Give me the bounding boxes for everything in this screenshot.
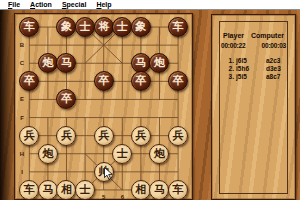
intersection-b2[interactable]: [39, 36, 58, 54]
intersection-f7[interactable]: [132, 108, 151, 126]
intersection-h7[interactable]: [132, 145, 151, 163]
intersection-f8[interactable]: [150, 108, 169, 126]
intersection-f3[interactable]: [57, 108, 76, 126]
intersection-b7[interactable]: [132, 36, 151, 54]
piece-red-cannon[interactable]: 炮: [149, 144, 169, 164]
intersection-g4[interactable]: [76, 127, 95, 145]
piece-black-elephant[interactable]: 象: [56, 17, 76, 37]
computer-move: a2c3: [266, 57, 280, 65]
intersection-f6[interactable]: [113, 108, 132, 126]
intersection-e7[interactable]: [132, 90, 151, 108]
piece-black-general[interactable]: 将: [94, 17, 114, 37]
intersection-b3[interactable]: [57, 36, 76, 54]
intersection-h1[interactable]: [20, 145, 39, 163]
intersection-h5[interactable]: [94, 145, 113, 163]
intersection-a5[interactable]: 将: [94, 18, 113, 36]
intersection-e8[interactable]: [150, 90, 169, 108]
piece-red-chariot[interactable]: 车: [168, 180, 188, 200]
intersection-g5[interactable]: 兵: [94, 127, 113, 145]
move-number: 1.: [220, 57, 234, 65]
intersection-g3[interactable]: 兵: [57, 127, 76, 145]
intersection-c1[interactable]: [20, 54, 39, 72]
move-row: 2. i5h6 d3e3: [220, 65, 287, 73]
computer-move: a8c7: [266, 73, 280, 81]
piece-black-chariot[interactable]: 车: [168, 17, 188, 37]
intersection-e9[interactable]: [169, 90, 188, 108]
intersection-j4[interactable]: 士: [76, 181, 95, 199]
intersection-j2[interactable]: 马: [39, 181, 58, 199]
intersection-d9[interactable]: 卒: [169, 72, 188, 90]
intersection-e1[interactable]: [20, 90, 39, 108]
intersection-e3[interactable]: 卒: [57, 90, 76, 108]
intersection-e5[interactable]: [94, 90, 113, 108]
piece-red-chariot[interactable]: 车: [19, 180, 39, 200]
intersection-i1[interactable]: [20, 163, 39, 181]
intersection-j8[interactable]: 马: [150, 181, 169, 199]
intersection-b4[interactable]: [76, 36, 95, 54]
intersection-g1[interactable]: 兵: [20, 127, 39, 145]
menu-help[interactable]: Help: [91, 0, 116, 9]
intersection-c7[interactable]: 马: [132, 54, 151, 72]
intersection-a3[interactable]: 象: [57, 18, 76, 36]
intersection-a9[interactable]: 车: [169, 18, 188, 36]
intersection-f4[interactable]: [76, 108, 95, 126]
intersection-h9[interactable]: [169, 145, 188, 163]
intersection-c6[interactable]: [113, 54, 132, 72]
move-number: 2.: [220, 65, 234, 73]
intersection-d6[interactable]: [113, 72, 132, 90]
piece-red-advisor[interactable]: 士: [112, 144, 132, 164]
move-list-box: Player Computer 00:00:22 00:00:03 1. j6i…: [219, 21, 288, 194]
piece-black-advisor[interactable]: 士: [112, 17, 132, 37]
piece-red-elephant[interactable]: 相: [131, 180, 151, 200]
intersection-d3[interactable]: [57, 72, 76, 90]
piece-black-chariot[interactable]: 车: [19, 17, 39, 37]
intersection-g8[interactable]: [150, 127, 169, 145]
intersection-a2[interactable]: [39, 18, 58, 36]
intersection-d7[interactable]: 卒: [132, 72, 151, 90]
piece-black-elephant[interactable]: 象: [131, 17, 151, 37]
intersection-h6[interactable]: 士: [113, 145, 132, 163]
intersection-c5[interactable]: [94, 54, 113, 72]
intersection-i3[interactable]: [57, 163, 76, 181]
intersection-c4[interactable]: [76, 54, 95, 72]
intersection-i2[interactable]: [39, 163, 58, 181]
intersection-d5[interactable]: 卒: [94, 72, 113, 90]
intersection-d8[interactable]: [150, 72, 169, 90]
intersection-c9[interactable]: [169, 54, 188, 72]
intersection-i6[interactable]: [113, 163, 132, 181]
intersection-e6[interactable]: [113, 90, 132, 108]
mouse-cursor-icon: [104, 167, 114, 180]
move-list: 1. j6i5 a2c3 2. i5h6 d3e3 3. j5i5 a8c7: [220, 57, 287, 81]
piece-black-soldier[interactable]: 卒: [168, 71, 188, 91]
intersection-g7[interactable]: 兵: [132, 127, 151, 145]
menu-action[interactable]: Action: [25, 0, 57, 9]
piece-red-soldier[interactable]: 兵: [94, 126, 114, 146]
intersection-b6[interactable]: [113, 36, 132, 54]
intersection-a4[interactable]: 士: [76, 18, 95, 36]
piece-red-soldier[interactable]: 兵: [131, 126, 151, 146]
intersection-h4[interactable]: [76, 145, 95, 163]
intersection-c8[interactable]: 炮: [150, 54, 169, 72]
intersection-g9[interactable]: 兵: [169, 127, 188, 145]
intersection-f1[interactable]: [20, 108, 39, 126]
intersection-h8[interactable]: 炮: [150, 145, 169, 163]
intersection-i8[interactable]: [150, 163, 169, 181]
piece-black-cannon[interactable]: 炮: [149, 53, 169, 73]
move-list-panel: Player Computer 00:00:22 00:00:03 1. j6i…: [211, 14, 296, 200]
piece-red-horse[interactable]: 马: [149, 180, 169, 200]
intersection-e4[interactable]: [76, 90, 95, 108]
player-move: j6i5: [236, 57, 259, 65]
menu-file[interactable]: File: [3, 0, 25, 9]
intersection-h3[interactable]: [57, 145, 76, 163]
intersection-j3[interactable]: 相: [57, 181, 76, 199]
menu-special[interactable]: Special: [57, 0, 92, 9]
piece-black-soldier[interactable]: 卒: [94, 71, 114, 91]
menu-bar: File Action Special Help: [0, 0, 300, 10]
intersection-a7[interactable]: 象: [132, 18, 151, 36]
piece-black-soldier[interactable]: 卒: [131, 71, 151, 91]
intersection-c2[interactable]: 炮: [39, 54, 58, 72]
piece-black-cannon[interactable]: 炮: [38, 53, 58, 73]
intersection-d2[interactable]: [39, 72, 58, 90]
intersection-b8[interactable]: [150, 36, 169, 54]
intersection-g6[interactable]: [113, 127, 132, 145]
player-header: Player: [223, 32, 244, 40]
intersection-a8[interactable]: [150, 18, 169, 36]
player-move: i5h6: [236, 65, 259, 73]
computer-header: Computer: [251, 32, 284, 40]
intersection-j9[interactable]: 车: [169, 181, 188, 199]
intersection-i4[interactable]: [76, 163, 95, 181]
intersection-f2[interactable]: [39, 108, 58, 126]
player-move: j5i5: [236, 73, 259, 81]
intersection-g2[interactable]: [39, 127, 58, 145]
move-number: 3.: [220, 73, 234, 81]
intersection-d4[interactable]: [76, 72, 95, 90]
intersection-f5[interactable]: [94, 108, 113, 126]
computer-move: d3e3: [266, 65, 281, 73]
intersection-j5[interactable]: [94, 181, 113, 199]
chinese-chess-window: File Action Special Help 车象士将士象车炮马马炮卒卒卒卒…: [0, 0, 300, 200]
piece-black-soldier[interactable]: 卒: [56, 89, 76, 109]
piece-red-elephant[interactable]: 相: [56, 180, 76, 200]
computer-clock: 00:00:03: [262, 42, 286, 50]
intersection-h2[interactable]: 炮: [39, 145, 58, 163]
piece-red-horse[interactable]: 马: [38, 180, 58, 200]
intersection-d1[interactable]: 卒: [20, 72, 39, 90]
intersection-j1[interactable]: 车: [20, 181, 39, 199]
intersection-a1[interactable]: 车: [20, 18, 39, 36]
intersection-i9[interactable]: [169, 163, 188, 181]
piece-red-cannon[interactable]: 炮: [38, 144, 58, 164]
move-row: 1. j6i5 a2c3: [220, 57, 287, 65]
intersection-a6[interactable]: 士: [113, 18, 132, 36]
intersection-j6[interactable]: [113, 181, 132, 199]
intersection-j7[interactable]: 相: [132, 181, 151, 199]
piece-red-soldier[interactable]: 兵: [168, 126, 188, 146]
player-clock: 00:00:22: [221, 42, 245, 50]
intersection-b1[interactable]: [20, 36, 39, 54]
intersection-i7[interactable]: [132, 163, 151, 181]
piece-black-advisor[interactable]: 士: [75, 17, 95, 37]
piece-red-soldier[interactable]: 兵: [56, 126, 76, 146]
piece-black-horse[interactable]: 马: [131, 53, 151, 73]
piece-black-soldier[interactable]: 卒: [19, 71, 39, 91]
intersection-e2[interactable]: [39, 90, 58, 108]
piece-red-soldier[interactable]: 兵: [19, 126, 39, 146]
intersection-b9[interactable]: [169, 36, 188, 54]
move-row: 3. j5i5 a8c7: [220, 73, 287, 81]
piece-black-horse[interactable]: 马: [56, 53, 76, 73]
intersection-c3[interactable]: 马: [57, 54, 76, 72]
piece-red-advisor[interactable]: 士: [75, 180, 95, 200]
intersection-b5[interactable]: [94, 36, 113, 54]
intersection-f9[interactable]: [169, 108, 188, 126]
